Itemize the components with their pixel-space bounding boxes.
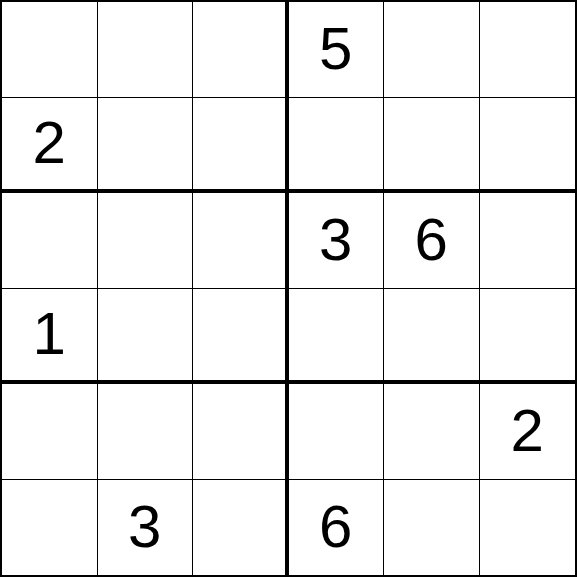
cell-r3c2[interactable]: [98, 193, 194, 289]
cell-r1c2[interactable]: [98, 2, 194, 98]
cell-r2c3[interactable]: [193, 98, 289, 194]
cell-r1c1[interactable]: [2, 2, 98, 98]
cell-r2c2[interactable]: [98, 98, 194, 194]
cell-r5c3[interactable]: [193, 384, 289, 480]
sudoku-board: 52361236: [0, 0, 577, 577]
cell-r3c4[interactable]: 3: [289, 193, 385, 289]
cell-r1c6[interactable]: [480, 2, 576, 98]
cell-r6c3[interactable]: [193, 480, 289, 576]
cell-r3c3[interactable]: [193, 193, 289, 289]
cell-r4c1[interactable]: 1: [2, 289, 98, 385]
cell-r4c6[interactable]: [480, 289, 576, 385]
cell-r4c4[interactable]: [289, 289, 385, 385]
cell-r5c5[interactable]: [384, 384, 480, 480]
cell-r6c4[interactable]: 6: [289, 480, 385, 576]
cell-r4c5[interactable]: [384, 289, 480, 385]
cell-r5c4[interactable]: [289, 384, 385, 480]
cell-r1c3[interactable]: [193, 2, 289, 98]
cell-r2c1[interactable]: 2: [2, 98, 98, 194]
cell-r2c6[interactable]: [480, 98, 576, 194]
cell-r6c1[interactable]: [2, 480, 98, 576]
cell-r2c4[interactable]: [289, 98, 385, 194]
cell-r2c5[interactable]: [384, 98, 480, 194]
cell-r5c2[interactable]: [98, 384, 194, 480]
cell-r3c1[interactable]: [2, 193, 98, 289]
cell-r6c2[interactable]: 3: [98, 480, 194, 576]
cell-r4c2[interactable]: [98, 289, 194, 385]
cell-r5c1[interactable]: [2, 384, 98, 480]
cell-r3c6[interactable]: [480, 193, 576, 289]
cell-r6c6[interactable]: [480, 480, 576, 576]
cell-r3c5[interactable]: 6: [384, 193, 480, 289]
cell-r4c3[interactable]: [193, 289, 289, 385]
cell-r1c4[interactable]: 5: [289, 2, 385, 98]
cell-r1c5[interactable]: [384, 2, 480, 98]
cell-r6c5[interactable]: [384, 480, 480, 576]
cell-r5c6[interactable]: 2: [480, 384, 576, 480]
